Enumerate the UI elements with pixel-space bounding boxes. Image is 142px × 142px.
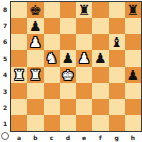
square-e6[interactable] bbox=[76, 34, 92, 50]
square-g5[interactable] bbox=[109, 50, 125, 66]
chess-board: ♚♜♜♟♟♝♞♟♟♟♜♜♚♟ bbox=[10, 1, 142, 132]
file-label-b: b bbox=[27, 132, 43, 142]
square-f1[interactable] bbox=[92, 115, 108, 131]
square-e1[interactable] bbox=[76, 115, 92, 131]
square-h4[interactable]: ♟ bbox=[125, 67, 141, 83]
piece-white-knight: ♞ bbox=[45, 51, 58, 65]
square-b6[interactable]: ♟ bbox=[27, 34, 43, 50]
piece-black-pawn: ♟ bbox=[94, 51, 107, 65]
square-e5[interactable]: ♟ bbox=[76, 50, 92, 66]
square-f2[interactable] bbox=[92, 99, 108, 115]
square-a1[interactable] bbox=[11, 115, 27, 131]
square-g4[interactable] bbox=[109, 67, 125, 83]
square-h3[interactable] bbox=[125, 83, 141, 99]
square-a5[interactable] bbox=[11, 50, 27, 66]
square-d8[interactable] bbox=[60, 2, 76, 18]
rank-label-5: 5 bbox=[0, 50, 10, 66]
square-c3[interactable] bbox=[44, 83, 60, 99]
square-f6[interactable] bbox=[92, 34, 108, 50]
square-g3[interactable] bbox=[109, 83, 125, 99]
square-a7[interactable] bbox=[11, 18, 27, 34]
square-d4[interactable]: ♚ bbox=[60, 67, 76, 83]
square-g8[interactable] bbox=[109, 2, 125, 18]
square-c5[interactable]: ♞ bbox=[44, 50, 60, 66]
square-e4[interactable] bbox=[76, 67, 92, 83]
square-e2[interactable] bbox=[76, 99, 92, 115]
piece-black-king: ♚ bbox=[29, 3, 42, 17]
square-d3[interactable] bbox=[60, 83, 76, 99]
file-label-f: f bbox=[92, 132, 108, 142]
square-c2[interactable] bbox=[44, 99, 60, 115]
rank-labels: 87654321 bbox=[0, 1, 10, 132]
square-b7[interactable]: ♟ bbox=[27, 18, 43, 34]
rank-label-4: 4 bbox=[0, 67, 10, 83]
rank-label-8: 8 bbox=[0, 1, 10, 17]
file-label-a: a bbox=[11, 132, 27, 142]
square-h1[interactable] bbox=[125, 115, 141, 131]
square-b5[interactable] bbox=[27, 50, 43, 66]
square-h2[interactable] bbox=[125, 99, 141, 115]
square-c8[interactable] bbox=[44, 2, 60, 18]
chess-diagram: 87654321 ♚♜♜♟♟♝♞♟♟♟♜♜♚♟ abcdefgh bbox=[0, 0, 142, 142]
square-g7[interactable] bbox=[109, 18, 125, 34]
square-e3[interactable] bbox=[76, 83, 92, 99]
square-d6[interactable] bbox=[60, 34, 76, 50]
square-f5[interactable]: ♟ bbox=[92, 50, 108, 66]
square-d2[interactable] bbox=[60, 99, 76, 115]
square-a8[interactable] bbox=[11, 2, 27, 18]
piece-white-rook: ♜ bbox=[13, 68, 26, 82]
square-e8[interactable]: ♜ bbox=[76, 2, 92, 18]
file-labels: abcdefgh bbox=[11, 132, 141, 142]
file-label-d: d bbox=[60, 132, 76, 142]
square-f7[interactable] bbox=[92, 18, 108, 34]
file-label-c: c bbox=[44, 132, 60, 142]
square-f3[interactable] bbox=[92, 83, 108, 99]
square-c6[interactable] bbox=[44, 34, 60, 50]
piece-black-bishop: ♝ bbox=[110, 35, 123, 49]
piece-black-rook: ♜ bbox=[78, 3, 91, 17]
square-b3[interactable] bbox=[27, 83, 43, 99]
square-f4[interactable] bbox=[92, 67, 108, 83]
piece-black-pawn: ♟ bbox=[62, 51, 75, 65]
piece-black-rook: ♜ bbox=[127, 3, 140, 17]
square-f8[interactable] bbox=[92, 2, 108, 18]
square-a4[interactable]: ♜ bbox=[11, 67, 27, 83]
square-g2[interactable] bbox=[109, 99, 125, 115]
square-h6[interactable] bbox=[125, 34, 141, 50]
square-b2[interactable] bbox=[27, 99, 43, 115]
square-d7[interactable] bbox=[60, 18, 76, 34]
square-c7[interactable] bbox=[44, 18, 60, 34]
square-g1[interactable] bbox=[109, 115, 125, 131]
white-to-move-indicator bbox=[1, 132, 9, 140]
rank-label-6: 6 bbox=[0, 34, 10, 50]
square-e7[interactable] bbox=[76, 18, 92, 34]
square-a2[interactable] bbox=[11, 99, 27, 115]
rank-label-2: 2 bbox=[0, 99, 10, 115]
square-h5[interactable] bbox=[125, 50, 141, 66]
rank-label-3: 3 bbox=[0, 83, 10, 99]
piece-black-pawn: ♟ bbox=[29, 19, 42, 33]
square-h7[interactable] bbox=[125, 18, 141, 34]
piece-white-pawn: ♟ bbox=[78, 51, 91, 65]
piece-black-pawn: ♟ bbox=[127, 68, 140, 82]
square-c4[interactable] bbox=[44, 67, 60, 83]
square-a6[interactable] bbox=[11, 34, 27, 50]
rank-label-7: 7 bbox=[0, 17, 10, 33]
piece-white-king: ♚ bbox=[62, 68, 75, 82]
square-b8[interactable]: ♚ bbox=[27, 2, 43, 18]
piece-white-pawn: ♟ bbox=[29, 35, 42, 49]
file-label-e: e bbox=[76, 132, 92, 142]
square-d1[interactable] bbox=[60, 115, 76, 131]
square-b1[interactable] bbox=[27, 115, 43, 131]
square-b4[interactable]: ♜ bbox=[27, 67, 43, 83]
square-g6[interactable]: ♝ bbox=[109, 34, 125, 50]
square-h8[interactable]: ♜ bbox=[125, 2, 141, 18]
file-label-h: h bbox=[125, 132, 141, 142]
square-a3[interactable] bbox=[11, 83, 27, 99]
square-c1[interactable] bbox=[44, 115, 60, 131]
file-label-g: g bbox=[109, 132, 125, 142]
rank-label-1: 1 bbox=[0, 116, 10, 132]
piece-white-rook: ♜ bbox=[29, 68, 42, 82]
square-d5[interactable]: ♟ bbox=[60, 50, 76, 66]
